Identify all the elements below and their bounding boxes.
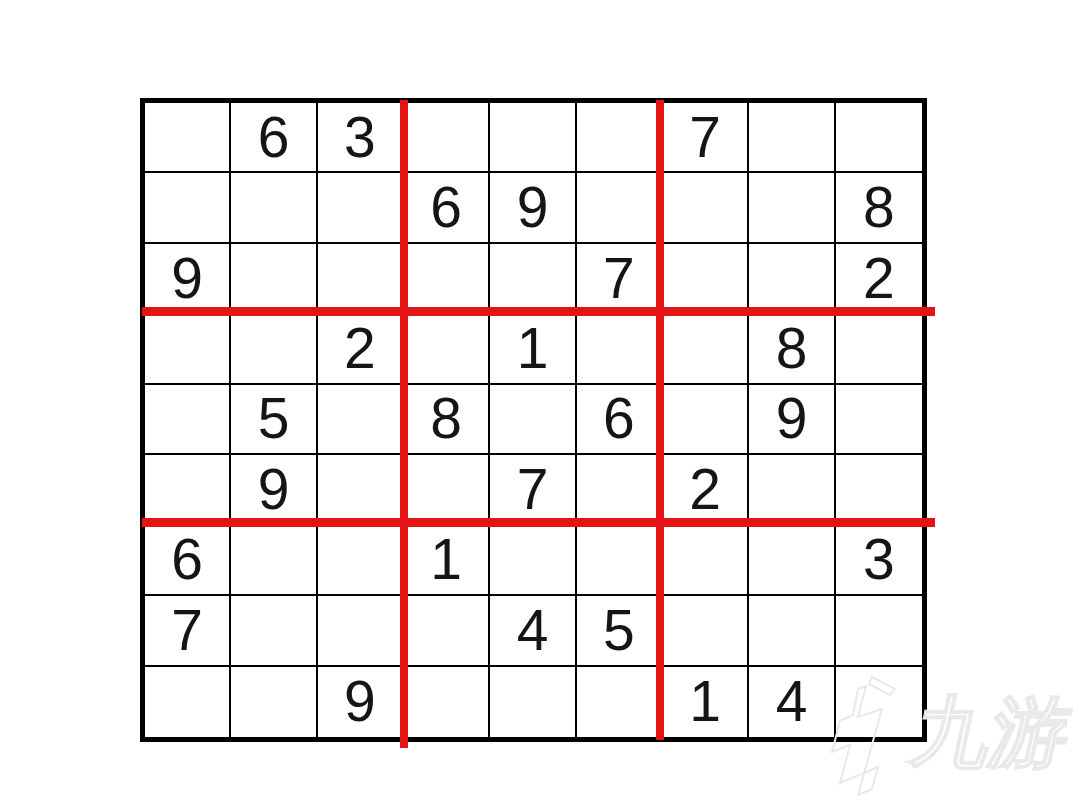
- cell-r9c6[interactable]: [577, 667, 663, 737]
- cell-r9c1[interactable]: [145, 667, 231, 737]
- cell-r7c2[interactable]: [231, 526, 317, 596]
- cell-r2c1[interactable]: [145, 173, 231, 243]
- given-digit: 6: [258, 109, 290, 166]
- cell-r1c7[interactable]: 7: [663, 103, 749, 173]
- cell-r6c9[interactable]: [836, 455, 922, 525]
- given-digit: 6: [430, 179, 462, 236]
- cell-r1c8[interactable]: [749, 103, 835, 173]
- cell-r6c8[interactable]: [749, 455, 835, 525]
- cell-r5c8[interactable]: 9: [749, 385, 835, 455]
- cell-r3c8[interactable]: [749, 244, 835, 314]
- cell-r3c9[interactable]: 2: [836, 244, 922, 314]
- cell-r9c7[interactable]: 1: [663, 667, 749, 737]
- cell-r5c2[interactable]: 5: [231, 385, 317, 455]
- given-digit: 5: [258, 390, 290, 447]
- cell-r7c8[interactable]: [749, 526, 835, 596]
- cell-r4c9[interactable]: [836, 314, 922, 384]
- cell-r3c2[interactable]: [231, 244, 317, 314]
- cell-r1c5[interactable]: [490, 103, 576, 173]
- given-digit: 8: [430, 390, 462, 447]
- cell-r1c2[interactable]: 6: [231, 103, 317, 173]
- cell-r3c7[interactable]: [663, 244, 749, 314]
- cell-r8c9[interactable]: [836, 596, 922, 666]
- cell-r8c4[interactable]: [404, 596, 490, 666]
- cell-r3c5[interactable]: [490, 244, 576, 314]
- box-separator-horizontal-bottom: [142, 518, 935, 527]
- given-digit: 8: [776, 320, 808, 377]
- cell-r2c4[interactable]: 6: [404, 173, 490, 243]
- cell-r8c7[interactable]: [663, 596, 749, 666]
- given-digit: 9: [517, 179, 549, 236]
- cell-r9c3[interactable]: 9: [318, 667, 404, 737]
- cell-r4c1[interactable]: [145, 314, 231, 384]
- cell-r2c5[interactable]: 9: [490, 173, 576, 243]
- cell-r3c6[interactable]: 7: [577, 244, 663, 314]
- page: 6376989722185869972613745914 九游: [0, 0, 1080, 810]
- given-digit: 7: [517, 461, 549, 518]
- cell-r9c9[interactable]: [836, 667, 922, 737]
- cell-r2c7[interactable]: [663, 173, 749, 243]
- cell-r6c3[interactable]: [318, 455, 404, 525]
- box-separator-vertical-right: [656, 100, 664, 740]
- cell-r6c6[interactable]: [577, 455, 663, 525]
- cell-r8c8[interactable]: [749, 596, 835, 666]
- cell-r7c6[interactable]: [577, 526, 663, 596]
- cell-r8c5[interactable]: 4: [490, 596, 576, 666]
- given-digit: 6: [603, 390, 635, 447]
- cell-r9c5[interactable]: [490, 667, 576, 737]
- given-digit: 4: [517, 602, 549, 659]
- cell-r9c4[interactable]: [404, 667, 490, 737]
- cell-r9c8[interactable]: 4: [749, 667, 835, 737]
- given-digit: 2: [344, 320, 376, 377]
- cell-r3c1[interactable]: 9: [145, 244, 231, 314]
- watermark-text: 九游: [906, 693, 1079, 771]
- cell-r4c3[interactable]: 2: [318, 314, 404, 384]
- box-separator-vertical-left: [400, 100, 408, 748]
- given-digit: 1: [689, 673, 721, 730]
- given-digit: 3: [344, 109, 376, 166]
- cell-r4c5[interactable]: 1: [490, 314, 576, 384]
- cell-r5c4[interactable]: 8: [404, 385, 490, 455]
- cell-r8c2[interactable]: [231, 596, 317, 666]
- cell-r4c6[interactable]: [577, 314, 663, 384]
- cell-r4c7[interactable]: [663, 314, 749, 384]
- cell-r2c9[interactable]: 8: [836, 173, 922, 243]
- cell-r4c4[interactable]: [404, 314, 490, 384]
- cell-r6c1[interactable]: [145, 455, 231, 525]
- given-digit: 6: [171, 531, 203, 588]
- given-digit: 2: [863, 250, 895, 307]
- cell-r3c4[interactable]: [404, 244, 490, 314]
- cell-r7c3[interactable]: [318, 526, 404, 596]
- cell-r4c2[interactable]: [231, 314, 317, 384]
- sudoku-board: 6376989722185869972613745914: [140, 98, 927, 742]
- given-digit: 9: [776, 390, 808, 447]
- cell-r9c2[interactable]: [231, 667, 317, 737]
- cell-r7c9[interactable]: 3: [836, 526, 922, 596]
- cell-r1c9[interactable]: [836, 103, 922, 173]
- given-digit: 1: [517, 320, 549, 377]
- cell-r5c1[interactable]: [145, 385, 231, 455]
- sudoku-board-area: 6376989722185869972613745914: [140, 98, 927, 742]
- cell-r5c3[interactable]: [318, 385, 404, 455]
- cell-r8c1[interactable]: 7: [145, 596, 231, 666]
- cell-r2c2[interactable]: [231, 173, 317, 243]
- given-digit: 1: [430, 531, 462, 588]
- cell-r7c4[interactable]: 1: [404, 526, 490, 596]
- given-digit: 3: [863, 531, 895, 588]
- cell-r1c3[interactable]: 3: [318, 103, 404, 173]
- cell-r2c3[interactable]: [318, 173, 404, 243]
- cell-r3c3[interactable]: [318, 244, 404, 314]
- cell-r1c6[interactable]: [577, 103, 663, 173]
- cell-r2c8[interactable]: [749, 173, 835, 243]
- cell-r8c3[interactable]: [318, 596, 404, 666]
- box-separator-horizontal-top: [142, 307, 935, 316]
- cell-r7c7[interactable]: [663, 526, 749, 596]
- given-digit: 7: [689, 109, 721, 166]
- cell-r1c4[interactable]: [404, 103, 490, 173]
- cell-r6c2[interactable]: 9: [231, 455, 317, 525]
- given-digit: 9: [258, 461, 290, 518]
- given-digit: 7: [171, 602, 203, 659]
- cell-r6c5[interactable]: 7: [490, 455, 576, 525]
- cell-r4c8[interactable]: 8: [749, 314, 835, 384]
- given-digit: 9: [344, 673, 376, 730]
- cell-r8c6[interactable]: 5: [577, 596, 663, 666]
- cell-r5c7[interactable]: [663, 385, 749, 455]
- given-digit: 7: [603, 250, 635, 307]
- given-digit: 4: [776, 673, 808, 730]
- cell-r6c7[interactable]: 2: [663, 455, 749, 525]
- cell-r7c5[interactable]: [490, 526, 576, 596]
- given-digit: 2: [689, 461, 721, 518]
- cell-r5c5[interactable]: [490, 385, 576, 455]
- given-digit: 8: [863, 179, 895, 236]
- cell-r7c1[interactable]: 6: [145, 526, 231, 596]
- cell-r6c4[interactable]: [404, 455, 490, 525]
- cell-r2c6[interactable]: [577, 173, 663, 243]
- given-digit: 9: [171, 250, 203, 307]
- given-digit: 5: [603, 602, 635, 659]
- cell-r1c1[interactable]: [145, 103, 231, 173]
- cell-r5c9[interactable]: [836, 385, 922, 455]
- cell-r5c6[interactable]: 6: [577, 385, 663, 455]
